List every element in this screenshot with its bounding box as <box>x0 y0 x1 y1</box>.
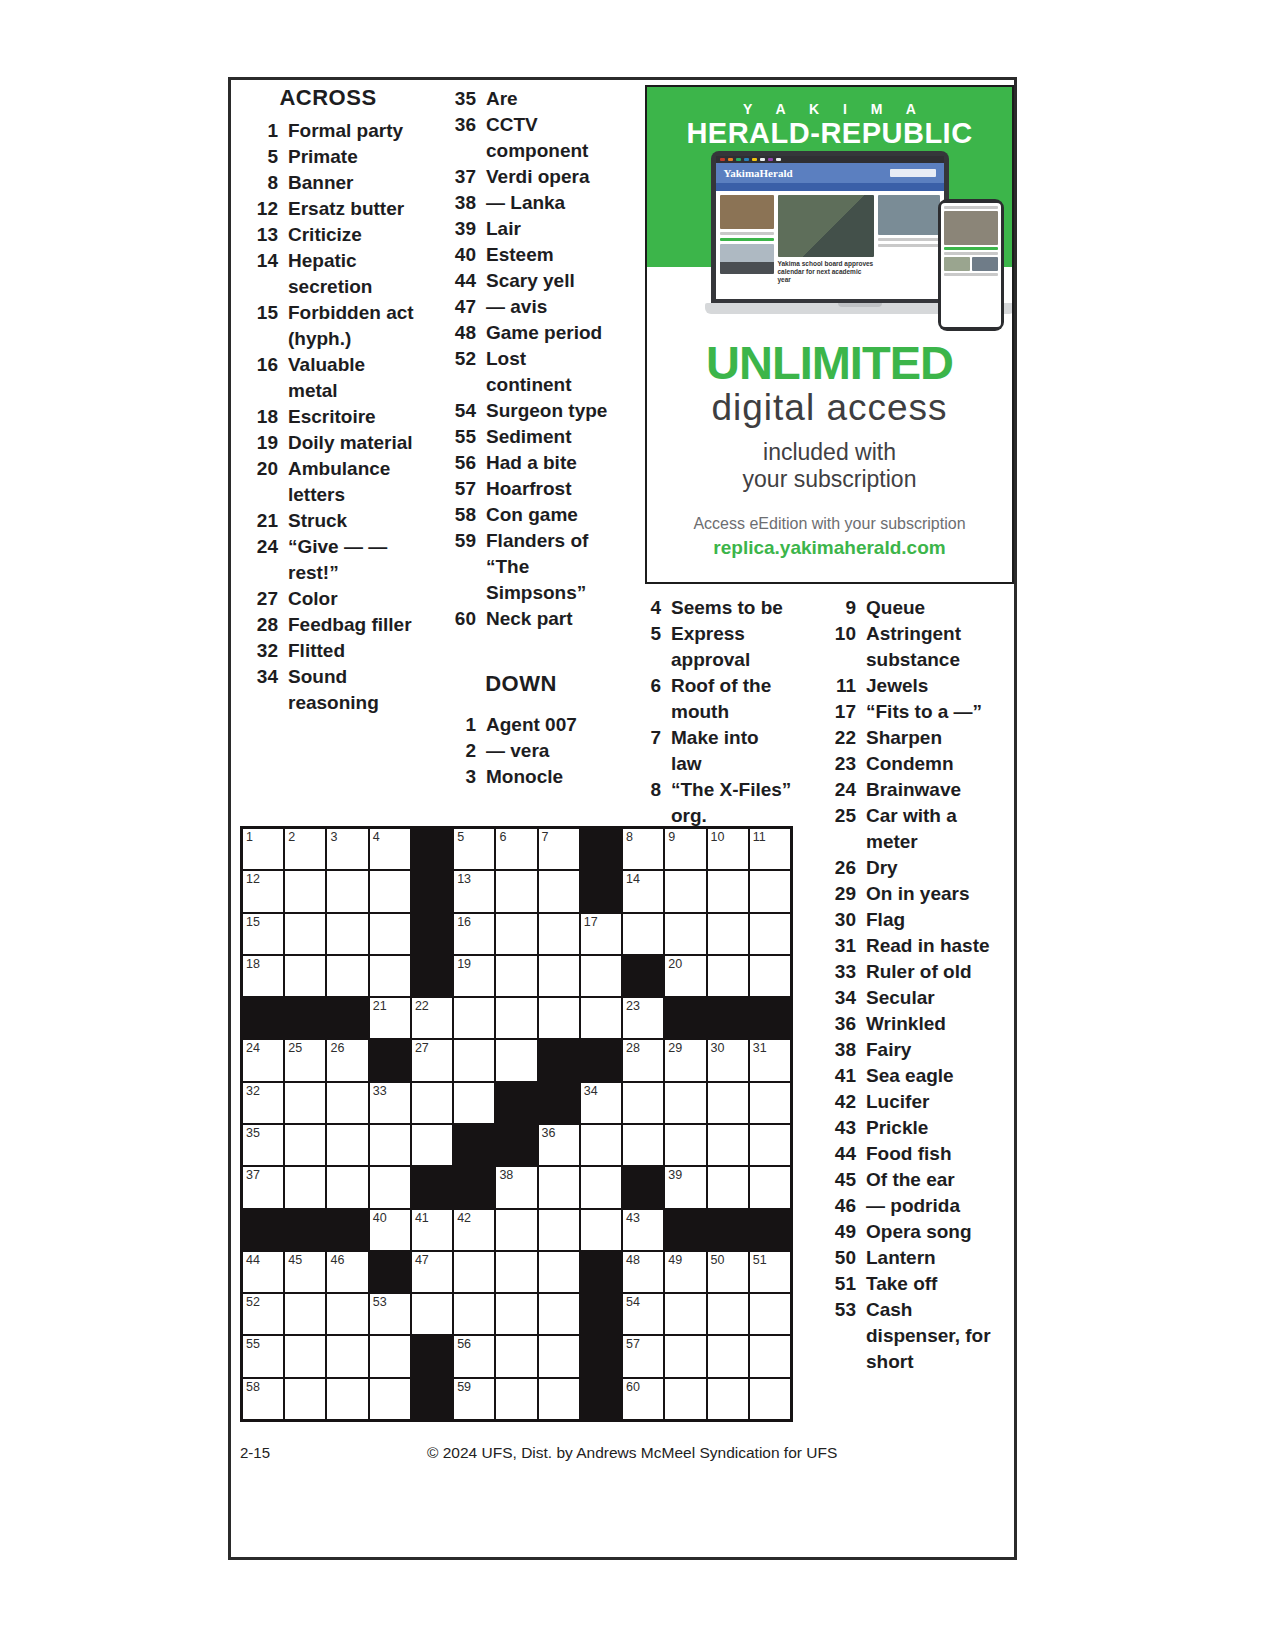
clue-text: Neck part <box>486 606 612 632</box>
grid-cell[interactable]: 13 <box>454 871 494 911</box>
clue-number: 24 <box>810 777 856 803</box>
grid-cell[interactable] <box>750 1379 790 1419</box>
grid-cell[interactable] <box>750 1125 790 1165</box>
grid-cell[interactable] <box>539 998 579 1038</box>
clue-item: 59Flanders of “The Simpsons” <box>430 528 612 606</box>
grid-cell[interactable]: 10 <box>708 829 748 869</box>
grid-cell[interactable] <box>623 1083 663 1123</box>
black-cell <box>623 956 663 996</box>
black-cell <box>454 1167 494 1207</box>
grid-cell[interactable] <box>327 1083 367 1123</box>
clue-text: Jewels <box>866 673 1008 699</box>
clue-item: 60Neck part <box>430 606 612 632</box>
cell-number: 15 <box>246 915 260 929</box>
grid-cell[interactable]: 42 <box>454 1210 494 1250</box>
clue-item: 18Escritoire <box>240 404 416 430</box>
cell-number: 29 <box>668 1041 682 1055</box>
clue-number: 36 <box>430 112 476 164</box>
clue-item: 10Astringent substance <box>810 621 1008 673</box>
cell-number: 11 <box>753 830 766 844</box>
grid-cell[interactable] <box>708 914 748 954</box>
clue-text: Surgeon type <box>486 398 612 424</box>
grid-cell[interactable] <box>539 1379 579 1419</box>
cell-number: 47 <box>415 1253 429 1267</box>
laptop-mockup: YakimaHerald Yakima school board approve… <box>705 151 955 314</box>
cell-number: 44 <box>246 1253 260 1267</box>
grid-cell[interactable] <box>496 1379 536 1419</box>
clue-number: 26 <box>810 855 856 881</box>
clue-text: Con game <box>486 502 612 528</box>
clue-text: Opera song <box>866 1219 1008 1245</box>
grid-cell[interactable] <box>539 871 579 911</box>
cell-number: 24 <box>246 1041 260 1055</box>
clue-item: 5Primate <box>240 144 416 170</box>
grid-cell[interactable]: 60 <box>623 1379 663 1419</box>
grid-cell[interactable] <box>708 871 748 911</box>
grid-cell[interactable]: 1 <box>243 829 283 869</box>
grid-cell[interactable]: 57 <box>623 1336 663 1376</box>
grid-cell[interactable] <box>750 1167 790 1207</box>
grid-cell[interactable] <box>496 998 536 1038</box>
grid-cell[interactable] <box>665 914 705 954</box>
clue-number: 37 <box>430 164 476 190</box>
cell-number: 34 <box>584 1084 598 1098</box>
clue-item: 54Surgeon type <box>430 398 612 424</box>
black-cell <box>750 998 790 1038</box>
clue-item: 19Doily material <box>240 430 416 456</box>
grid-cell[interactable] <box>750 871 790 911</box>
grid-cell[interactable] <box>370 1379 410 1419</box>
clue-item: 58Con game <box>430 502 612 528</box>
clue-number: 51 <box>810 1271 856 1297</box>
grid-cell[interactable] <box>539 914 579 954</box>
grid-cell[interactable]: 3 <box>327 829 367 869</box>
grid-cell[interactable]: 26 <box>327 1040 367 1080</box>
grid-cell[interactable] <box>327 1336 367 1376</box>
clue-number: 54 <box>430 398 476 424</box>
grid-cell[interactable]: 7 <box>539 829 579 869</box>
grid-cell[interactable] <box>750 1294 790 1334</box>
cell-number: 5 <box>457 830 464 844</box>
grid-cell[interactable] <box>708 1083 748 1123</box>
black-cell <box>623 1167 663 1207</box>
grid-cell[interactable]: 18 <box>243 956 283 996</box>
grid-cell[interactable] <box>454 1040 494 1080</box>
grid-cell[interactable] <box>496 1294 536 1334</box>
clue-text: Prickle <box>866 1115 1008 1141</box>
clue-text: Agent 007 <box>486 712 612 738</box>
clue-number: 4 <box>615 595 661 621</box>
grid-cell[interactable]: 12 <box>243 871 283 911</box>
clue-item: 24Brainwave <box>810 777 1008 803</box>
grid-cell[interactable] <box>412 1083 452 1123</box>
clue-text: — podrida <box>866 1193 1008 1219</box>
clue-text: Doily material <box>288 430 416 456</box>
clue-item: 55Sediment <box>430 424 612 450</box>
grid-cell[interactable] <box>454 998 494 1038</box>
grid-cell[interactable] <box>665 1083 705 1123</box>
grid-cell[interactable]: 29 <box>665 1040 705 1080</box>
cell-number: 8 <box>626 830 633 844</box>
clue-number: 23 <box>810 751 856 777</box>
clue-text: Ersatz butter <box>288 196 416 222</box>
cell-number: 54 <box>626 1295 640 1309</box>
grid-cell[interactable]: 27 <box>412 1040 452 1080</box>
news-photo-car <box>720 244 774 274</box>
ad-brand-title: HERALD-REPUBLIC <box>647 117 1012 150</box>
grid-cell[interactable] <box>708 956 748 996</box>
clue-text: Flitted <box>288 638 416 664</box>
grid-cell[interactable]: 17 <box>581 914 621 954</box>
clue-text: Esteem <box>486 242 612 268</box>
clue-number: 49 <box>810 1219 856 1245</box>
grid-cell[interactable] <box>327 1294 367 1334</box>
grid-cell[interactable]: 6 <box>496 829 536 869</box>
grid-cell[interactable] <box>750 1336 790 1376</box>
black-cell <box>412 1336 452 1376</box>
cell-number: 59 <box>457 1380 471 1394</box>
grid-cell[interactable] <box>581 1167 621 1207</box>
clue-item: 36CCTV component <box>430 112 612 164</box>
clue-item: 42Lucifer <box>810 1089 1008 1115</box>
grid-cell[interactable]: 28 <box>623 1040 663 1080</box>
black-cell <box>708 998 748 1038</box>
grid-cell[interactable] <box>370 1336 410 1376</box>
clue-text: Sound reasoning <box>288 664 416 716</box>
grid-cell[interactable]: 23 <box>623 998 663 1038</box>
cell-number: 58 <box>246 1380 260 1394</box>
clue-item: 22Sharpen <box>810 725 1008 751</box>
grid-cell[interactable]: 44 <box>243 1252 283 1292</box>
clue-text: Express approval <box>671 621 792 673</box>
grid-cell[interactable]: 48 <box>623 1252 663 1292</box>
grid-cell[interactable] <box>285 1336 325 1376</box>
grid-cell[interactable]: 49 <box>665 1252 705 1292</box>
cell-number: 42 <box>457 1211 471 1225</box>
black-cell <box>496 1125 536 1165</box>
black-cell <box>370 1040 410 1080</box>
grid-cell[interactable] <box>285 1379 325 1419</box>
clue-number: 28 <box>240 612 278 638</box>
phone-photo-main <box>944 211 998 245</box>
clue-text: Dry <box>866 855 1008 881</box>
grid-cell[interactable]: 58 <box>243 1379 283 1419</box>
grid-cell[interactable]: 54 <box>623 1294 663 1334</box>
grid-cell[interactable] <box>370 1167 410 1207</box>
clue-item: 48Game period <box>430 320 612 346</box>
grid-cell[interactable] <box>496 871 536 911</box>
clue-item: 34Secular <box>810 985 1008 1011</box>
clue-text: Flag <box>866 907 1008 933</box>
clue-number: 57 <box>430 476 476 502</box>
clue-text: Struck <box>288 508 416 534</box>
grid-cell[interactable] <box>285 914 325 954</box>
grid-cell[interactable]: 30 <box>708 1040 748 1080</box>
clue-number: 45 <box>810 1167 856 1193</box>
clue-text: Escritoire <box>288 404 416 430</box>
cell-number: 32 <box>246 1084 260 1098</box>
grid-cell[interactable] <box>496 1336 536 1376</box>
grid-cell[interactable]: 35 <box>243 1125 283 1165</box>
grid-cell[interactable]: 52 <box>243 1294 283 1334</box>
grid-cell[interactable] <box>496 956 536 996</box>
grid-cell[interactable] <box>496 1210 536 1250</box>
clue-text: — Lanka <box>486 190 612 216</box>
grid-cell[interactable]: 34 <box>581 1083 621 1123</box>
grid-cell[interactable]: 59 <box>454 1379 494 1419</box>
grid-cell[interactable] <box>285 1167 325 1207</box>
grid-cell[interactable] <box>327 1167 367 1207</box>
grid-cell[interactable]: 38 <box>496 1167 536 1207</box>
clue-text: Make into law <box>671 725 792 777</box>
clue-number: 43 <box>810 1115 856 1141</box>
clue-text: Lantern <box>866 1245 1008 1271</box>
black-cell <box>412 829 452 869</box>
black-cell <box>581 1294 621 1334</box>
grid-cell[interactable] <box>665 871 705 911</box>
black-cell <box>327 1210 367 1250</box>
clue-item: 1Formal party <box>240 118 416 144</box>
cell-number: 7 <box>542 830 549 844</box>
clue-item: 4Seems to be <box>615 595 792 621</box>
grid-cell[interactable]: 31 <box>750 1040 790 1080</box>
cell-number: 35 <box>246 1126 260 1140</box>
black-cell <box>285 998 325 1038</box>
black-cell <box>496 1083 536 1123</box>
clue-number: 9 <box>810 595 856 621</box>
clue-text: Color <box>288 586 416 612</box>
grid-cell[interactable] <box>665 1336 705 1376</box>
grid-cell[interactable] <box>750 1083 790 1123</box>
black-cell <box>581 829 621 869</box>
grid-cell[interactable] <box>623 914 663 954</box>
black-cell <box>412 956 452 996</box>
grid-cell[interactable] <box>454 1294 494 1334</box>
grid-cell[interactable]: 14 <box>623 871 663 911</box>
clues-column-2: 35Are36CCTV component37Verdi opera38— La… <box>430 86 612 790</box>
grid-cell[interactable]: 32 <box>243 1083 283 1123</box>
cell-number: 40 <box>373 1211 387 1225</box>
clue-text: Read in haste <box>866 933 1008 959</box>
clue-number: 35 <box>430 86 476 112</box>
down-clue-list-3: 9Queue10Astringent substance11Jewels17“F… <box>810 595 1008 1375</box>
cell-number: 17 <box>584 915 598 929</box>
clue-number: 12 <box>240 196 278 222</box>
clue-number: 44 <box>430 268 476 294</box>
grid-cell[interactable] <box>370 914 410 954</box>
grid-cell[interactable] <box>539 1167 579 1207</box>
grid-cell[interactable]: 4 <box>370 829 410 869</box>
grid-cell[interactable]: 24 <box>243 1040 283 1080</box>
clue-text: Scary yell <box>486 268 612 294</box>
grid-cell[interactable]: 16 <box>454 914 494 954</box>
grid-cell[interactable]: 40 <box>370 1210 410 1250</box>
clue-item: 21Struck <box>240 508 416 534</box>
clue-number: 60 <box>430 606 476 632</box>
clue-item: 46— podrida <box>810 1193 1008 1219</box>
grid-cell[interactable] <box>327 871 367 911</box>
grid-cell[interactable]: 53 <box>370 1294 410 1334</box>
grid-cell[interactable] <box>327 956 367 996</box>
across-header: ACROSS <box>240 84 416 112</box>
grid-cell[interactable]: 56 <box>454 1336 494 1376</box>
clue-number: 59 <box>430 528 476 606</box>
down-clues-column-3: 4Seems to be5Express approval6Roof of th… <box>615 595 792 829</box>
grid-cell[interactable] <box>454 1252 494 1292</box>
cell-number: 38 <box>499 1168 513 1182</box>
grid-cell[interactable]: 36 <box>539 1125 579 1165</box>
grid-cell[interactable] <box>708 1336 748 1376</box>
clue-item: 6Roof of the mouth <box>615 673 792 725</box>
grid-cell[interactable] <box>750 914 790 954</box>
grid-cell[interactable] <box>708 1167 748 1207</box>
across-clue-list-2: 35Are36CCTV component37Verdi opera38— La… <box>430 86 612 632</box>
grid-cell[interactable]: 47 <box>412 1252 452 1292</box>
grid-cell[interactable]: 45 <box>285 1252 325 1292</box>
grid-cell[interactable] <box>285 956 325 996</box>
black-cell <box>539 1040 579 1080</box>
grid-cell[interactable] <box>581 1210 621 1250</box>
clue-item: 44Food fish <box>810 1141 1008 1167</box>
grid-cell[interactable] <box>708 1379 748 1419</box>
grid-cell[interactable] <box>623 1125 663 1165</box>
grid-cell[interactable] <box>539 1252 579 1292</box>
black-cell <box>412 1167 452 1207</box>
clue-text: Car with a meter <box>866 803 1008 855</box>
clue-text: Sharpen <box>866 725 1008 751</box>
clue-text: Lair <box>486 216 612 242</box>
cell-number: 43 <box>626 1211 640 1225</box>
grid-cell[interactable] <box>454 1083 494 1123</box>
clue-number: 1 <box>240 118 278 144</box>
grid-cell[interactable] <box>708 1125 748 1165</box>
grid-cell[interactable] <box>327 1379 367 1419</box>
grid-cell[interactable]: 2 <box>285 829 325 869</box>
grid-cell[interactable] <box>370 956 410 996</box>
clue-item: 34Sound reasoning <box>240 664 416 716</box>
grid-cell[interactable] <box>708 1294 748 1334</box>
grid-cell[interactable] <box>539 1294 579 1334</box>
clue-text: On in years <box>866 881 1008 907</box>
grid-cell[interactable]: 5 <box>454 829 494 869</box>
clue-text: Fairy <box>866 1037 1008 1063</box>
grid-cell[interactable] <box>412 1125 452 1165</box>
grid-cell[interactable] <box>412 1294 452 1334</box>
grid-cell[interactable]: 33 <box>370 1083 410 1123</box>
grid-cell[interactable]: 37 <box>243 1167 283 1207</box>
clue-item: 44Scary yell <box>430 268 612 294</box>
cell-number: 18 <box>246 957 260 971</box>
grid-cell[interactable]: 19 <box>454 956 494 996</box>
ad-headline-digital-access: digital access <box>647 388 1012 428</box>
black-cell <box>581 1336 621 1376</box>
grid-cell[interactable] <box>581 998 621 1038</box>
clue-item: 12Ersatz butter <box>240 196 416 222</box>
grid-cell[interactable]: 43 <box>623 1210 663 1250</box>
clue-item: 35Are <box>430 86 612 112</box>
grid-cell[interactable] <box>327 914 367 954</box>
grid-cell[interactable] <box>285 1294 325 1334</box>
grid-cell[interactable]: 11 <box>750 829 790 869</box>
grid-cell[interactable]: 55 <box>243 1336 283 1376</box>
grid-cell[interactable] <box>285 1125 325 1165</box>
ad-replica-url[interactable]: replica.yakimaherald.com <box>647 537 1012 559</box>
grid-cell[interactable]: 8 <box>623 829 663 869</box>
grid-cell[interactable] <box>665 1379 705 1419</box>
cell-number: 41 <box>415 1211 429 1225</box>
grid-cell[interactable] <box>496 1252 536 1292</box>
clue-item: 31Read in haste <box>810 933 1008 959</box>
clue-item: 39Lair <box>430 216 612 242</box>
grid-cell[interactable]: 41 <box>412 1210 452 1250</box>
grid-cell[interactable] <box>327 1125 367 1165</box>
grid-cell[interactable] <box>581 956 621 996</box>
clue-number: 2 <box>430 738 476 764</box>
grid-cell[interactable]: 46 <box>327 1252 367 1292</box>
clue-number: 5 <box>240 144 278 170</box>
clue-item: 28Feedbag filler <box>240 612 416 638</box>
clue-item: 36Wrinkled <box>810 1011 1008 1037</box>
grid-cell[interactable]: 20 <box>665 956 705 996</box>
grid-cell[interactable] <box>539 1210 579 1250</box>
clue-text: “Give — — rest!” <box>288 534 416 586</box>
grid-cell[interactable]: 21 <box>370 998 410 1038</box>
cell-number: 12 <box>246 872 260 886</box>
clue-item: 1Agent 007 <box>430 712 612 738</box>
clue-number: 53 <box>810 1297 856 1375</box>
grid-cell[interactable]: 22 <box>412 998 452 1038</box>
clue-number: 44 <box>810 1141 856 1167</box>
cell-number: 3 <box>330 830 337 844</box>
clue-text: Criticize <box>288 222 416 248</box>
clue-item: 38Fairy <box>810 1037 1008 1063</box>
grid-cell[interactable] <box>496 1040 536 1080</box>
grid-cell[interactable]: 50 <box>708 1252 748 1292</box>
grid-cell[interactable]: 15 <box>243 914 283 954</box>
grid-cell[interactable] <box>539 956 579 996</box>
clue-text: Wrinkled <box>866 1011 1008 1037</box>
grid-cell[interactable] <box>370 871 410 911</box>
ad-included-line1: included with <box>647 439 1012 466</box>
grid-cell[interactable]: 25 <box>285 1040 325 1080</box>
grid-cell[interactable] <box>370 1125 410 1165</box>
cell-number: 4 <box>373 830 380 844</box>
cell-number: 20 <box>668 957 682 971</box>
black-cell <box>327 998 367 1038</box>
cell-number: 56 <box>457 1337 471 1351</box>
grid-cell[interactable] <box>285 1083 325 1123</box>
clue-number: 6 <box>615 673 661 725</box>
clue-item: 53Cash dispenser, for short <box>810 1297 1008 1375</box>
grid-cell[interactable]: 9 <box>665 829 705 869</box>
grid-cell[interactable]: 51 <box>750 1252 790 1292</box>
grid-cell[interactable] <box>750 956 790 996</box>
cell-number: 37 <box>246 1168 260 1182</box>
cell-number: 39 <box>668 1168 682 1182</box>
grid-cell[interactable] <box>665 1294 705 1334</box>
grid-cell[interactable] <box>496 914 536 954</box>
grid-cell[interactable] <box>665 1125 705 1165</box>
grid-cell[interactable]: 39 <box>665 1167 705 1207</box>
clue-number: 8 <box>240 170 278 196</box>
black-cell <box>243 1210 283 1250</box>
down-header: DOWN <box>430 670 612 698</box>
cell-number: 19 <box>457 957 471 971</box>
clue-number: 13 <box>240 222 278 248</box>
grid-cell[interactable] <box>285 871 325 911</box>
grid-cell[interactable] <box>539 1336 579 1376</box>
grid-cell[interactable] <box>581 1125 621 1165</box>
